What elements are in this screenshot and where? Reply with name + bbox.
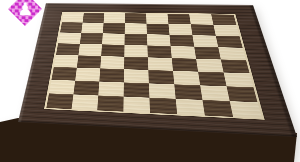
square-c1 bbox=[97, 95, 123, 111]
square-a2 bbox=[49, 80, 75, 95]
chessboard-photo bbox=[0, 0, 300, 162]
square-e7 bbox=[146, 24, 169, 35]
square-a7 bbox=[60, 22, 83, 33]
square-d3 bbox=[124, 69, 149, 83]
square-b6 bbox=[80, 33, 103, 44]
square-d8 bbox=[125, 13, 147, 23]
square-d2 bbox=[124, 82, 150, 97]
square-g1 bbox=[202, 100, 233, 117]
square-c3 bbox=[99, 68, 124, 82]
square-b7 bbox=[81, 23, 103, 34]
square-e2 bbox=[149, 83, 176, 98]
square-a5 bbox=[56, 43, 80, 55]
square-d7 bbox=[125, 23, 147, 34]
square-g7 bbox=[191, 24, 216, 35]
square-f5 bbox=[171, 46, 196, 59]
square-a3 bbox=[51, 67, 76, 81]
square-g8 bbox=[189, 14, 213, 25]
square-e8 bbox=[146, 14, 168, 24]
square-h8 bbox=[211, 14, 236, 25]
square-b8 bbox=[83, 13, 105, 23]
square-c6 bbox=[102, 33, 125, 45]
square-h7 bbox=[213, 25, 239, 36]
square-h3 bbox=[224, 72, 254, 87]
square-b1 bbox=[72, 94, 99, 110]
square-h1 bbox=[230, 101, 262, 118]
square-c8 bbox=[104, 13, 125, 23]
square-g5 bbox=[194, 47, 221, 60]
square-g3 bbox=[198, 72, 226, 87]
square-d4 bbox=[124, 57, 148, 70]
square-c7 bbox=[103, 23, 125, 34]
square-f3 bbox=[173, 71, 200, 86]
square-a6 bbox=[58, 32, 81, 43]
square-g4 bbox=[196, 59, 224, 73]
square-f6 bbox=[169, 35, 194, 47]
square-g6 bbox=[192, 35, 218, 47]
square-e3 bbox=[148, 70, 174, 84]
square-a8 bbox=[62, 12, 84, 22]
square-b5 bbox=[78, 44, 102, 56]
product-photo: ♟ bbox=[0, 0, 300, 162]
square-a4 bbox=[54, 55, 79, 68]
square-d6 bbox=[125, 34, 148, 46]
square-g2 bbox=[200, 85, 230, 101]
square-b2 bbox=[73, 81, 99, 96]
square-f7 bbox=[168, 24, 192, 35]
square-e6 bbox=[147, 34, 171, 46]
square-c4 bbox=[100, 56, 124, 69]
board-grid bbox=[46, 12, 262, 118]
square-f2 bbox=[174, 84, 202, 100]
square-c2 bbox=[98, 82, 124, 97]
square-e5 bbox=[147, 45, 171, 58]
square-h5 bbox=[218, 47, 246, 60]
square-e1 bbox=[149, 98, 177, 115]
square-f8 bbox=[167, 14, 190, 25]
square-b3 bbox=[75, 68, 100, 82]
square-c5 bbox=[101, 44, 124, 56]
square-f4 bbox=[172, 58, 198, 72]
square-h6 bbox=[216, 36, 243, 48]
square-d1 bbox=[123, 97, 150, 113]
square-d5 bbox=[124, 45, 148, 57]
square-h2 bbox=[227, 86, 258, 102]
square-b4 bbox=[77, 55, 101, 68]
chessboard bbox=[18, 3, 297, 137]
square-e4 bbox=[148, 57, 173, 70]
square-h4 bbox=[221, 59, 250, 73]
square-a1 bbox=[46, 93, 73, 109]
square-f1 bbox=[176, 99, 205, 116]
